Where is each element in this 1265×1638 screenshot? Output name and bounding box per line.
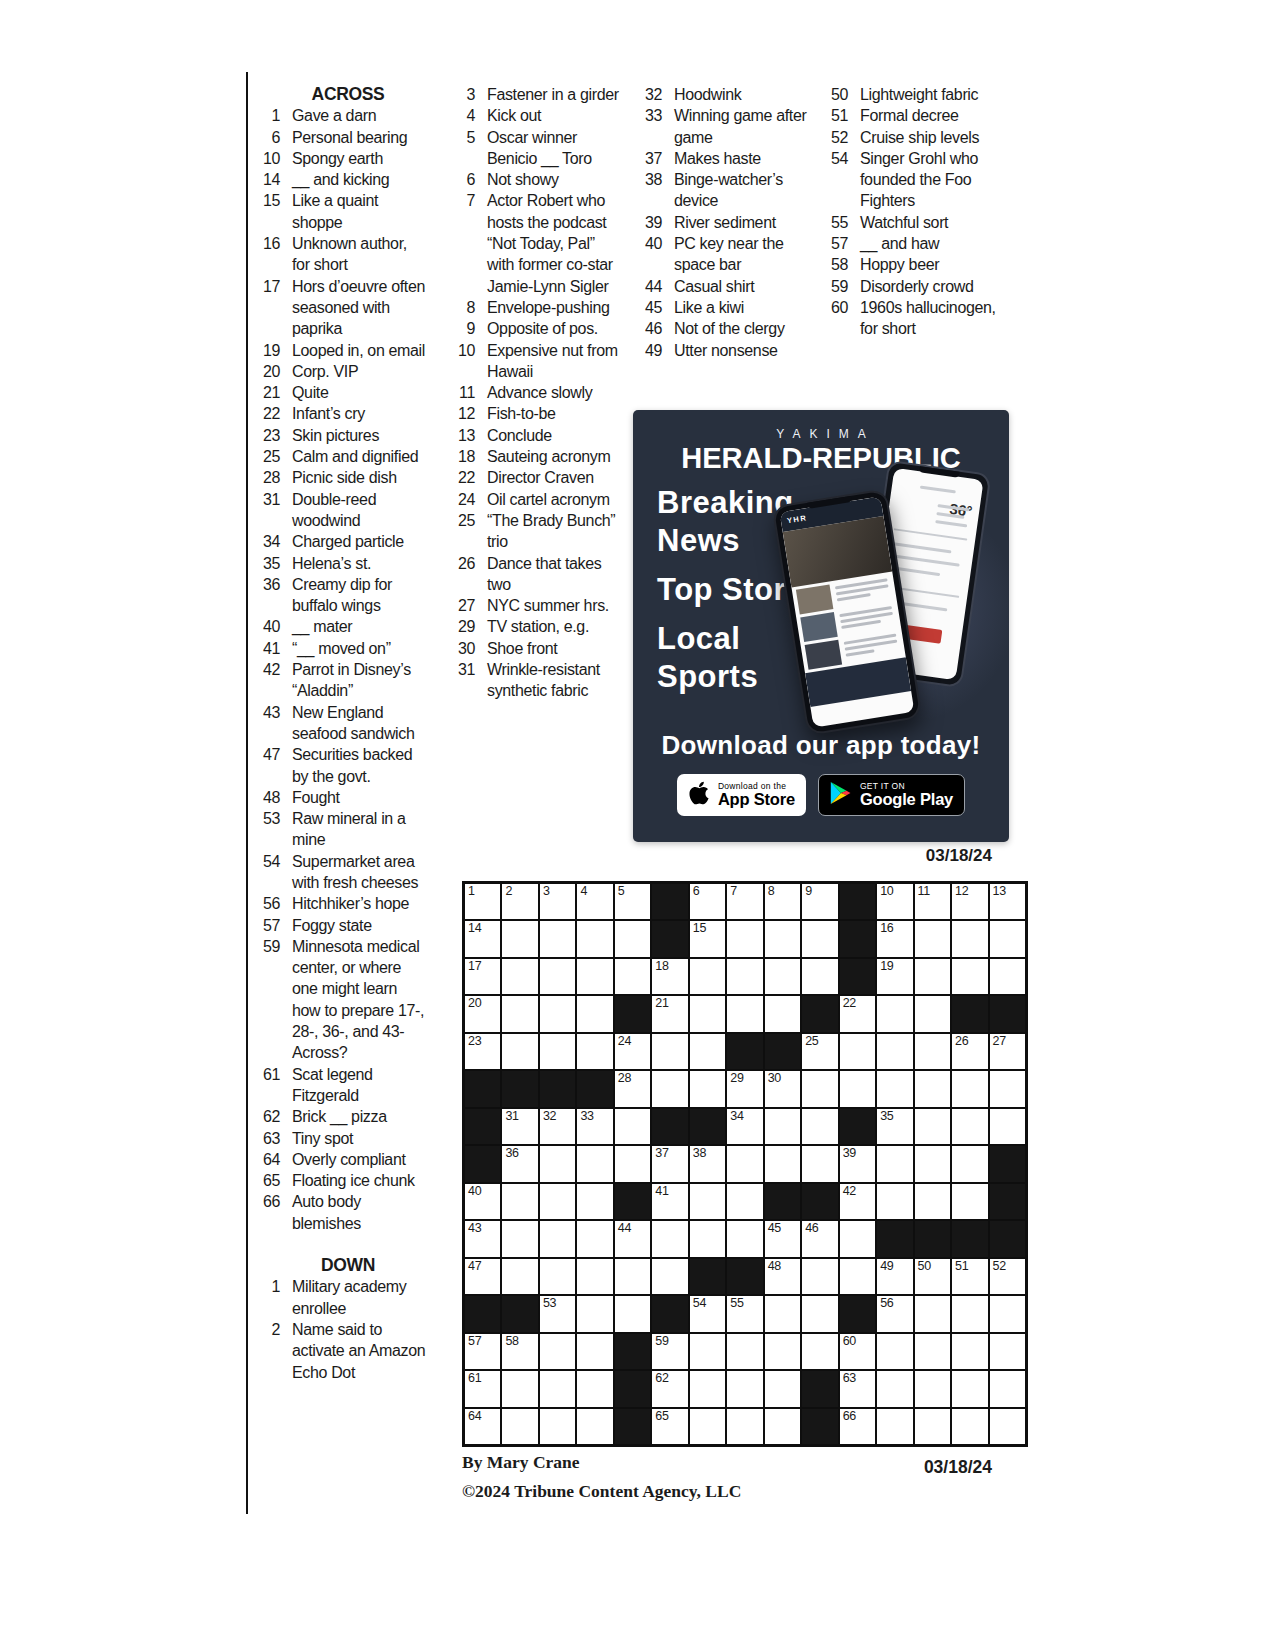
grid-cell[interactable] <box>540 1259 575 1294</box>
grid-cell-black <box>990 1146 1025 1181</box>
grid-cell[interactable] <box>727 1146 762 1181</box>
byline: By Mary Crane <box>462 1452 580 1473</box>
grid-cell[interactable] <box>915 1146 950 1181</box>
clue-number: 19 <box>254 340 280 361</box>
grid-cell[interactable] <box>540 1409 575 1444</box>
grid-cell[interactable] <box>540 1221 575 1256</box>
grid-cell-black <box>690 1259 725 1294</box>
grid-cell[interactable]: 23 <box>465 1034 500 1069</box>
grid-cell[interactable] <box>652 1034 687 1069</box>
grid-cell[interactable] <box>652 1071 687 1106</box>
grid-cell[interactable] <box>877 1334 912 1369</box>
clue-number: 42 <box>254 659 280 702</box>
grid-cell[interactable]: 35 <box>877 1109 912 1144</box>
grid-cell[interactable] <box>915 1334 950 1369</box>
grid-cell[interactable]: 46 <box>802 1221 837 1256</box>
grid-cell[interactable]: 36 <box>502 1146 537 1181</box>
clue-number: 9 <box>449 318 475 339</box>
clue-text: “__ moved on” <box>292 638 428 659</box>
grid-cell[interactable] <box>540 1371 575 1406</box>
clue-text: “The Brady Bunch” trio <box>487 510 623 553</box>
grid-cell[interactable] <box>952 1409 987 1444</box>
cell-number: 57 <box>468 1335 481 1348</box>
grid-cell[interactable]: 8 <box>765 884 800 919</box>
grid-cell[interactable] <box>690 1034 725 1069</box>
grid-cell[interactable] <box>765 959 800 994</box>
clue-text: Advance slowly <box>487 382 623 403</box>
clue-number: 38 <box>636 169 662 212</box>
grid-cell[interactable]: 6 <box>690 884 725 919</box>
clue-text: New England seafood sandwich <box>292 702 428 745</box>
clue-number: 37 <box>636 148 662 169</box>
grid-cell[interactable] <box>990 921 1025 956</box>
grid-cell[interactable]: 12 <box>952 884 987 919</box>
clue-number: 53 <box>254 808 280 851</box>
grid-cell[interactable] <box>502 996 537 1031</box>
clue-text: Calm and dignified <box>292 446 428 467</box>
grid-cell[interactable] <box>615 1296 650 1331</box>
grid-cell-black <box>577 1071 612 1106</box>
grid-cell[interactable] <box>802 1296 837 1331</box>
grid-cell[interactable]: 14 <box>465 921 500 956</box>
grid-cell[interactable]: 32 <box>540 1109 575 1144</box>
clue-text: Tiny spot <box>292 1128 428 1149</box>
grid-cell[interactable]: 21 <box>652 996 687 1031</box>
google-play-badge[interactable]: GET IT ON Google Play <box>818 774 965 816</box>
grid-cell[interactable] <box>727 1409 762 1444</box>
clue-text: Lightweight fabric <box>860 84 996 105</box>
grid-cell[interactable] <box>877 1409 912 1444</box>
grid-cell[interactable]: 47 <box>465 1259 500 1294</box>
clue-text: Auto body blemishes <box>292 1191 428 1234</box>
grid-cell[interactable] <box>952 1071 987 1106</box>
clue-text: Fish-to-be <box>487 403 623 424</box>
grid-cell[interactable]: 53 <box>540 1296 575 1331</box>
grid-cell[interactable]: 44 <box>615 1221 650 1256</box>
clue: 62Brick __ pizza <box>254 1106 428 1127</box>
clue-number: 52 <box>822 127 848 148</box>
grid-cell[interactable] <box>877 1071 912 1106</box>
grid-cell[interactable] <box>540 1184 575 1219</box>
grid-cell[interactable]: 1 <box>465 884 500 919</box>
grid-cell[interactable] <box>952 1371 987 1406</box>
grid-cell[interactable] <box>990 1109 1025 1144</box>
grid-cell[interactable] <box>952 1334 987 1369</box>
clue-number: 16 <box>254 233 280 276</box>
grid-cell[interactable]: 31 <box>502 1109 537 1144</box>
grid-cell[interactable] <box>802 921 837 956</box>
grid-cell[interactable] <box>802 1334 837 1369</box>
clue-number: 28 <box>254 467 280 488</box>
cell-number: 7 <box>730 885 737 898</box>
grid-cell[interactable] <box>952 1296 987 1331</box>
grid-cell[interactable] <box>540 1334 575 1369</box>
grid-cell[interactable] <box>690 1221 725 1256</box>
column-rule <box>246 72 248 1514</box>
clue-number: 48 <box>254 787 280 808</box>
cell-number: 20 <box>468 997 481 1010</box>
grid-cell[interactable] <box>615 1259 650 1294</box>
grid-cell[interactable]: 61 <box>465 1371 500 1406</box>
grid-cell[interactable]: 26 <box>952 1034 987 1069</box>
clue-number: 11 <box>449 382 475 403</box>
grid-cell[interactable]: 58 <box>502 1334 537 1369</box>
grid-cell[interactable]: 41 <box>652 1184 687 1219</box>
grid-cell-black <box>502 1071 537 1106</box>
clue-number: 3 <box>449 84 475 105</box>
grid-cell[interactable]: 16 <box>877 921 912 956</box>
clue-text: Conclude <box>487 425 623 446</box>
grid-cell[interactable] <box>727 1371 762 1406</box>
grid-cell[interactable] <box>840 1071 875 1106</box>
grid-cell[interactable]: 10 <box>877 884 912 919</box>
clue-number: 40 <box>254 616 280 637</box>
grid-cell[interactable]: 20 <box>465 996 500 1031</box>
grid-cell[interactable]: 11 <box>915 884 950 919</box>
grid-cell[interactable]: 43 <box>465 1221 500 1256</box>
grid-cell[interactable] <box>690 1409 725 1444</box>
grid-cell[interactable] <box>765 1109 800 1144</box>
grid-cell[interactable]: 25 <box>802 1034 837 1069</box>
grid-cell[interactable] <box>765 1409 800 1444</box>
grid-cell-black <box>840 921 875 956</box>
grid-cell[interactable] <box>915 1109 950 1144</box>
grid-cell[interactable] <box>952 959 987 994</box>
grid-cell[interactable] <box>502 1034 537 1069</box>
grid-cell[interactable] <box>577 921 612 956</box>
grid-cell[interactable]: 51 <box>952 1259 987 1294</box>
grid-cell[interactable] <box>952 921 987 956</box>
grid-cell[interactable] <box>990 1371 1025 1406</box>
grid-cell[interactable]: 4 <box>577 884 612 919</box>
clue-number: 34 <box>254 531 280 552</box>
grid-cell[interactable]: 48 <box>765 1259 800 1294</box>
clue-text: Infant’s cry <box>292 403 428 424</box>
clue-text: Formal decree <box>860 105 996 126</box>
grid-cell[interactable] <box>690 1371 725 1406</box>
grid-cell[interactable] <box>502 1259 537 1294</box>
grid-cell[interactable]: 28 <box>615 1071 650 1106</box>
grid-cell[interactable] <box>540 1034 575 1069</box>
grid-cell-black <box>652 1296 687 1331</box>
grid-cell[interactable] <box>877 996 912 1031</box>
cell-number: 12 <box>955 885 968 898</box>
grid-cell[interactable]: 42 <box>840 1184 875 1219</box>
clue-text: Floating ice chunk <box>292 1170 428 1191</box>
down-clues-part1: 1Military academy enrollee2Name said to … <box>254 1276 428 1382</box>
grid-cell[interactable] <box>802 959 837 994</box>
grid-cell[interactable] <box>727 996 762 1031</box>
grid-cell[interactable]: 34 <box>727 1109 762 1144</box>
clue: 65Floating ice chunk <box>254 1170 428 1191</box>
grid-cell[interactable]: 60 <box>840 1334 875 1369</box>
grid-cell[interactable] <box>990 1071 1025 1106</box>
grid-cell-black <box>952 996 987 1031</box>
grid-cell[interactable] <box>577 1334 612 1369</box>
cell-number: 22 <box>843 997 856 1010</box>
clue-text: Hitchhiker’s hope <box>292 893 428 914</box>
grid-cell[interactable] <box>502 1371 537 1406</box>
cell-number: 1 <box>468 885 475 898</box>
grid-cell[interactable] <box>990 959 1025 994</box>
grid-cell[interactable] <box>690 1071 725 1106</box>
grid-cell-black <box>615 996 650 1031</box>
grid-cell[interactable] <box>765 921 800 956</box>
clue-text: Hors d’oeuvre often seasoned with paprik… <box>292 276 428 340</box>
grid-cell-black <box>840 1296 875 1331</box>
grid-cell[interactable] <box>727 959 762 994</box>
grid-cell-black <box>915 1221 950 1256</box>
clue-number: 31 <box>449 659 475 702</box>
grid-cell[interactable]: 2 <box>502 884 537 919</box>
grid-cell[interactable]: 56 <box>877 1296 912 1331</box>
grid-cell[interactable]: 59 <box>652 1334 687 1369</box>
grid-cell[interactable]: 37 <box>652 1146 687 1181</box>
cell-number: 53 <box>543 1297 556 1310</box>
clue-number: 55 <box>822 212 848 233</box>
cell-number: 49 <box>880 1260 893 1273</box>
grid-cell[interactable] <box>727 921 762 956</box>
grid-cell[interactable]: 39 <box>840 1146 875 1181</box>
grid-cell[interactable] <box>952 1146 987 1181</box>
grid-cell[interactable] <box>727 1334 762 1369</box>
grid-cell[interactable] <box>802 1146 837 1181</box>
grid-cell[interactable]: 50 <box>915 1259 950 1294</box>
grid-cell[interactable] <box>540 959 575 994</box>
clue: 5Oscar winner Benicio __ Toro <box>449 127 623 170</box>
clue: 40PC key near the space bar <box>636 233 810 276</box>
grid-cell[interactable] <box>727 1221 762 1256</box>
grid-cell[interactable]: 7 <box>727 884 762 919</box>
grid-cell[interactable]: 33 <box>577 1109 612 1144</box>
grid-cell[interactable] <box>652 1221 687 1256</box>
grid-cell[interactable] <box>502 1221 537 1256</box>
cell-number: 61 <box>468 1372 481 1385</box>
grid-cell[interactable] <box>690 1184 725 1219</box>
grid-cell[interactable] <box>540 996 575 1031</box>
grid-cell[interactable] <box>577 1221 612 1256</box>
grid-cell[interactable] <box>577 959 612 994</box>
clue-number: 46 <box>636 318 662 339</box>
cell-number: 33 <box>580 1110 593 1123</box>
clue: 54Singer Grohl who founded the Foo Fight… <box>822 148 996 212</box>
cell-number: 13 <box>993 885 1006 898</box>
grid-cell[interactable] <box>877 1371 912 1406</box>
clue-number: 64 <box>254 1149 280 1170</box>
cell-number: 10 <box>880 885 893 898</box>
clue: 41“__ moved on” <box>254 638 428 659</box>
grid-cell[interactable] <box>802 1109 837 1144</box>
grid-cell[interactable] <box>990 1296 1025 1331</box>
grid-cell[interactable] <box>877 1034 912 1069</box>
cell-number: 15 <box>693 922 706 935</box>
cell-number: 3 <box>543 885 550 898</box>
cell-number: 18 <box>655 960 668 973</box>
grid-cell[interactable]: 49 <box>877 1259 912 1294</box>
date-top: 03/18/24 <box>842 846 992 866</box>
grid-cell[interactable] <box>915 996 950 1031</box>
grid-cell[interactable] <box>990 1409 1025 1444</box>
grid-cell[interactable] <box>690 996 725 1031</box>
grid-cell[interactable] <box>615 959 650 994</box>
clue: 58Hoppy beer <box>822 254 996 275</box>
grid-cell[interactable] <box>877 1184 912 1219</box>
grid-cell-black <box>690 1109 725 1144</box>
grid-cell[interactable] <box>727 1184 762 1219</box>
grid-cell[interactable] <box>577 1184 612 1219</box>
grid-cell[interactable]: 22 <box>840 996 875 1031</box>
grid-cell[interactable] <box>915 1071 950 1106</box>
grid-cell[interactable]: 9 <box>802 884 837 919</box>
clue-text: Watchful sort <box>860 212 996 233</box>
grid-cell-black <box>465 1146 500 1181</box>
clue-number: 17 <box>254 276 280 340</box>
grid-cell[interactable] <box>840 1259 875 1294</box>
grid-cell[interactable]: 54 <box>690 1296 725 1331</box>
cell-number: 19 <box>880 960 893 973</box>
grid-cell[interactable]: 3 <box>540 884 575 919</box>
grid-cell[interactable] <box>652 1259 687 1294</box>
clue-text: Oscar winner Benicio __ Toro <box>487 127 623 170</box>
clue: 22Director Craven <box>449 467 623 488</box>
grid-cell[interactable] <box>915 959 950 994</box>
grid-cell[interactable] <box>577 996 612 1031</box>
grid-cell[interactable] <box>765 996 800 1031</box>
cell-number: 32 <box>543 1110 556 1123</box>
grid-cell[interactable]: 18 <box>652 959 687 994</box>
grid-cell[interactable] <box>990 1334 1025 1369</box>
grid-cell[interactable] <box>540 921 575 956</box>
clue: 25“The Brady Bunch” trio <box>449 510 623 553</box>
clue-number: 47 <box>254 744 280 787</box>
grid-cell[interactable] <box>577 1034 612 1069</box>
grid-cell[interactable]: 55 <box>727 1296 762 1331</box>
grid-cell-black <box>802 996 837 1031</box>
clue-number: 59 <box>254 936 280 1064</box>
grid-cell[interactable] <box>915 1034 950 1069</box>
grid-cell[interactable]: 45 <box>765 1221 800 1256</box>
clue-number: 59 <box>822 276 848 297</box>
grid-cell[interactable] <box>915 1184 950 1219</box>
grid-cell[interactable]: 38 <box>690 1146 725 1181</box>
clue-column-2: 3Fastener in a girder4Kick out5Oscar win… <box>449 84 623 702</box>
clue-text: Parrot in Disney’s “Aladdin” <box>292 659 428 702</box>
grid-cell[interactable]: 19 <box>877 959 912 994</box>
grid-cell[interactable] <box>915 921 950 956</box>
grid-cell[interactable] <box>502 921 537 956</box>
grid-cell[interactable]: 65 <box>652 1409 687 1444</box>
cell-number: 58 <box>505 1335 518 1348</box>
clue: 15Like a quaint shoppe <box>254 190 428 233</box>
crossword-grid: 1234567891011121314151617181920212223242… <box>462 881 1028 1447</box>
grid-cell[interactable] <box>615 1146 650 1181</box>
grid-cell[interactable] <box>952 1184 987 1219</box>
grid-cell[interactable] <box>502 1184 537 1219</box>
grid-cell[interactable] <box>765 1371 800 1406</box>
grid-cell[interactable] <box>615 1109 650 1144</box>
grid-cell[interactable] <box>915 1371 950 1406</box>
grid-cell[interactable] <box>577 1296 612 1331</box>
cell-number: 2 <box>505 885 512 898</box>
grid-cell[interactable]: 5 <box>615 884 650 919</box>
grid-cell[interactable]: 64 <box>465 1409 500 1444</box>
grid-cell-black <box>465 1296 500 1331</box>
clue: 19Looped in, on email <box>254 340 428 361</box>
grid-cell[interactable] <box>840 1221 875 1256</box>
grid-cell[interactable]: 15 <box>690 921 725 956</box>
grid-cell[interactable] <box>502 959 537 994</box>
grid-cell[interactable]: 40 <box>465 1184 500 1219</box>
grid-cell[interactable] <box>765 1146 800 1181</box>
grid-cell[interactable]: 63 <box>840 1371 875 1406</box>
grid-cell[interactable] <box>577 1409 612 1444</box>
clue: 51Formal decree <box>822 105 996 126</box>
cell-number: 6 <box>693 885 700 898</box>
clue-column-4: 50Lightweight fabric51Formal decree52Cru… <box>822 84 996 340</box>
grid-cell[interactable] <box>952 1109 987 1144</box>
down-header: DOWN <box>254 1255 428 1276</box>
clue: 6Not showy <box>449 169 623 190</box>
clue-text: Spongy earth <box>292 148 428 169</box>
grid-cell-black <box>952 1221 987 1256</box>
grid-cell[interactable]: 27 <box>990 1034 1025 1069</box>
cell-number: 17 <box>468 960 481 973</box>
clue-text: Foggy state <box>292 915 428 936</box>
clue: 22Infant’s cry <box>254 403 428 424</box>
grid-cell[interactable] <box>915 1409 950 1444</box>
clue-text: __ and haw <box>860 233 996 254</box>
grid-cell[interactable]: 52 <box>990 1259 1025 1294</box>
cell-number: 35 <box>880 1110 893 1123</box>
grid-cell[interactable]: 24 <box>615 1034 650 1069</box>
grid-cell[interactable]: 13 <box>990 884 1025 919</box>
clue-number: 56 <box>254 893 280 914</box>
app-store-badge[interactable]: Download on the App Store <box>677 774 806 816</box>
grid-cell[interactable]: 57 <box>465 1334 500 1369</box>
clue: 26Dance that takes two <box>449 553 623 596</box>
grid-cell[interactable] <box>765 1334 800 1369</box>
grid-cell[interactable] <box>577 1371 612 1406</box>
grid-cell[interactable] <box>502 1409 537 1444</box>
grid-cell[interactable] <box>802 1071 837 1106</box>
clue-text: __ mater <box>292 616 428 637</box>
grid-cell[interactable] <box>765 1296 800 1331</box>
grid-cell[interactable]: 66 <box>840 1409 875 1444</box>
cell-number: 8 <box>768 885 775 898</box>
grid-cell[interactable] <box>577 1146 612 1181</box>
grid-cell[interactable] <box>802 1259 837 1294</box>
grid-cell[interactable] <box>615 921 650 956</box>
clue: 48Fought <box>254 787 428 808</box>
clue-text: Double-reed woodwind <box>292 489 428 532</box>
clue-number: 24 <box>449 489 475 510</box>
grid-cell[interactable] <box>540 1146 575 1181</box>
grid-cell[interactable]: 29 <box>727 1071 762 1106</box>
grid-cell[interactable] <box>877 1146 912 1181</box>
grid-cell[interactable] <box>577 1259 612 1294</box>
grid-cell[interactable]: 17 <box>465 959 500 994</box>
clue-text: Personal bearing <box>292 127 428 148</box>
grid-cell[interactable]: 62 <box>652 1371 687 1406</box>
clue-text: Brick __ pizza <box>292 1106 428 1127</box>
grid-cell[interactable] <box>840 1034 875 1069</box>
clue-text: Not of the clergy <box>674 318 810 339</box>
grid-cell[interactable] <box>915 1296 950 1331</box>
grid-cell[interactable]: 30 <box>765 1071 800 1106</box>
grid-cell[interactable] <box>690 1334 725 1369</box>
grid-cell-black <box>802 1409 837 1444</box>
grid-cell[interactable] <box>690 959 725 994</box>
